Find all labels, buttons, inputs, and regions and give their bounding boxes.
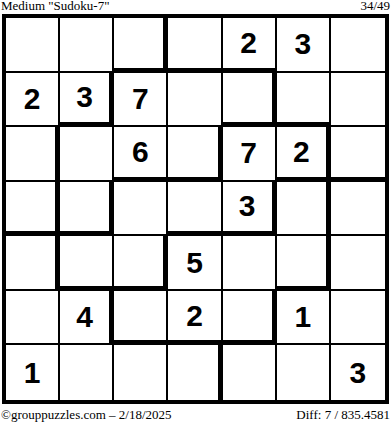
cell-r4c5-given: 3 bbox=[223, 182, 277, 237]
cell-r1c6-given: 3 bbox=[277, 18, 331, 73]
cell-r2c6-empty[interactable] bbox=[277, 73, 331, 128]
cell-r1c3-empty[interactable] bbox=[114, 18, 168, 73]
cell-r7c6-empty[interactable] bbox=[277, 345, 331, 400]
cell-r5c4-given: 5 bbox=[168, 236, 222, 291]
cell-r3c7-empty[interactable] bbox=[331, 127, 385, 182]
cell-r1c1-empty[interactable] bbox=[6, 18, 60, 73]
cell-r3c4-empty[interactable] bbox=[168, 127, 222, 182]
cell-r3c5-given: 7 bbox=[223, 127, 277, 182]
sudoku-grid: 232376723542113 bbox=[2, 14, 389, 404]
cell-r2c4-empty[interactable] bbox=[168, 73, 222, 128]
header-bar: Medium "Sudoku-7" 34/49 bbox=[0, 0, 391, 14]
cell-r4c3-empty[interactable] bbox=[114, 182, 168, 237]
footer-bar: ©grouppuzzles.com – 2/18/2025 Diff: 7 / … bbox=[1, 407, 390, 423]
cell-r2c5-empty[interactable] bbox=[223, 73, 277, 128]
cell-r4c2-empty[interactable] bbox=[60, 182, 114, 237]
cell-r3c3-given: 6 bbox=[114, 127, 168, 182]
cell-r6c7-empty[interactable] bbox=[331, 291, 385, 346]
cell-r1c4-empty[interactable] bbox=[168, 18, 222, 73]
cell-r7c1-given: 1 bbox=[6, 345, 60, 400]
cells-remaining-counter: 34/49 bbox=[360, 0, 390, 14]
cell-r5c2-empty[interactable] bbox=[60, 236, 114, 291]
cell-r3c1-empty[interactable] bbox=[6, 127, 60, 182]
cell-r6c5-empty[interactable] bbox=[223, 291, 277, 346]
cell-r2c1-given: 2 bbox=[6, 73, 60, 128]
cell-r7c7-given: 3 bbox=[331, 345, 385, 400]
cell-r5c7-empty[interactable] bbox=[331, 236, 385, 291]
cell-r5c5-empty[interactable] bbox=[223, 236, 277, 291]
cell-r4c4-empty[interactable] bbox=[168, 182, 222, 237]
cell-r2c3-given: 7 bbox=[114, 73, 168, 128]
cell-r6c4-given: 2 bbox=[168, 291, 222, 346]
cell-r3c2-empty[interactable] bbox=[60, 127, 114, 182]
cell-r4c6-empty[interactable] bbox=[277, 182, 331, 237]
cell-r4c1-empty[interactable] bbox=[6, 182, 60, 237]
cell-r2c2-given: 3 bbox=[60, 73, 114, 128]
cell-r1c7-empty[interactable] bbox=[331, 18, 385, 73]
cell-r7c2-empty[interactable] bbox=[60, 345, 114, 400]
cell-r6c2-given: 4 bbox=[60, 291, 114, 346]
cell-r6c6-given: 1 bbox=[277, 291, 331, 346]
cell-r5c6-empty[interactable] bbox=[277, 236, 331, 291]
difficulty-text: Diff: 7 / 835.4581 bbox=[296, 407, 390, 423]
cell-r1c5-given: 2 bbox=[223, 18, 277, 73]
cell-r5c1-empty[interactable] bbox=[6, 236, 60, 291]
cell-r6c1-empty[interactable] bbox=[6, 291, 60, 346]
cell-r6c3-empty[interactable] bbox=[114, 291, 168, 346]
cell-r1c2-empty[interactable] bbox=[60, 18, 114, 73]
cell-r3c6-given: 2 bbox=[277, 127, 331, 182]
cell-r7c5-empty[interactable] bbox=[223, 345, 277, 400]
cell-r7c4-empty[interactable] bbox=[168, 345, 222, 400]
puzzle-title: Medium "Sudoku-7" bbox=[1, 0, 109, 14]
cell-r5c3-empty[interactable] bbox=[114, 236, 168, 291]
cell-r7c3-empty[interactable] bbox=[114, 345, 168, 400]
cell-r4c7-empty[interactable] bbox=[331, 182, 385, 237]
copyright-text: ©grouppuzzles.com – 2/18/2025 bbox=[1, 407, 172, 423]
cell-r2c7-empty[interactable] bbox=[331, 73, 385, 128]
